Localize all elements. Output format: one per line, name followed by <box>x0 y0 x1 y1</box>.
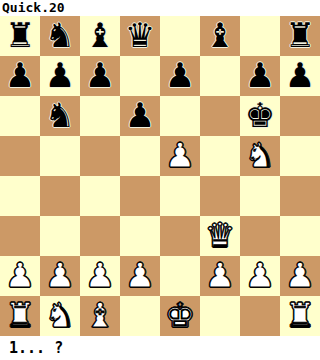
square-e4[interactable] <box>160 176 200 216</box>
black-pawn[interactable]: ♟ <box>165 56 195 95</box>
square-c5[interactable] <box>80 136 120 176</box>
square-a2[interactable]: ♟ <box>0 256 40 296</box>
black-bishop[interactable]: ♝ <box>205 16 235 55</box>
square-h8[interactable]: ♜ <box>280 16 320 56</box>
square-h3[interactable] <box>280 216 320 256</box>
square-e8[interactable] <box>160 16 200 56</box>
square-e7[interactable]: ♟ <box>160 56 200 96</box>
black-rook[interactable]: ♜ <box>285 16 315 55</box>
square-d2[interactable]: ♟ <box>120 256 160 296</box>
white-pawn[interactable]: ♟ <box>45 256 75 295</box>
white-bishop[interactable]: ♝ <box>85 296 115 335</box>
black-pawn[interactable]: ♟ <box>125 96 155 135</box>
black-pawn[interactable]: ♟ <box>45 56 75 95</box>
chess-board: ♜♞♝♛♝♜♟♟♟♟♟♟♞♟♚♟♞♛♟♟♟♟♟♟♟♜♞♝♚♜ <box>0 16 320 336</box>
square-f6[interactable] <box>200 96 240 136</box>
square-c8[interactable]: ♝ <box>80 16 120 56</box>
square-d7[interactable] <box>120 56 160 96</box>
square-b6[interactable]: ♞ <box>40 96 80 136</box>
square-h7[interactable]: ♟ <box>280 56 320 96</box>
square-g2[interactable]: ♟ <box>240 256 280 296</box>
black-bishop[interactable]: ♝ <box>85 16 115 55</box>
black-pawn[interactable]: ♟ <box>85 56 115 95</box>
square-c2[interactable]: ♟ <box>80 256 120 296</box>
square-h2[interactable]: ♟ <box>280 256 320 296</box>
puzzle-title: Quick.20 <box>0 0 320 16</box>
white-pawn[interactable]: ♟ <box>285 256 315 295</box>
square-g7[interactable]: ♟ <box>240 56 280 96</box>
square-h6[interactable] <box>280 96 320 136</box>
black-knight[interactable]: ♞ <box>45 96 75 135</box>
square-c7[interactable]: ♟ <box>80 56 120 96</box>
square-c3[interactable] <box>80 216 120 256</box>
white-pawn[interactable]: ♟ <box>205 256 235 295</box>
square-e1[interactable]: ♚ <box>160 296 200 336</box>
black-king[interactable]: ♚ <box>245 96 275 135</box>
square-h4[interactable] <box>280 176 320 216</box>
square-e3[interactable] <box>160 216 200 256</box>
white-pawn[interactable]: ♟ <box>85 256 115 295</box>
square-g1[interactable] <box>240 296 280 336</box>
square-d3[interactable] <box>120 216 160 256</box>
square-c6[interactable] <box>80 96 120 136</box>
square-a1[interactable]: ♜ <box>0 296 40 336</box>
square-b1[interactable]: ♞ <box>40 296 80 336</box>
square-e2[interactable] <box>160 256 200 296</box>
square-d4[interactable] <box>120 176 160 216</box>
square-f8[interactable]: ♝ <box>200 16 240 56</box>
black-knight[interactable]: ♞ <box>45 16 75 55</box>
white-pawn[interactable]: ♟ <box>5 256 35 295</box>
square-f2[interactable]: ♟ <box>200 256 240 296</box>
black-pawn[interactable]: ♟ <box>245 56 275 95</box>
white-pawn[interactable]: ♟ <box>245 256 275 295</box>
square-a6[interactable] <box>0 96 40 136</box>
square-f4[interactable] <box>200 176 240 216</box>
square-b8[interactable]: ♞ <box>40 16 80 56</box>
square-f7[interactable] <box>200 56 240 96</box>
square-g5[interactable]: ♞ <box>240 136 280 176</box>
black-pawn[interactable]: ♟ <box>285 56 315 95</box>
square-b3[interactable] <box>40 216 80 256</box>
square-b5[interactable] <box>40 136 80 176</box>
white-rook[interactable]: ♜ <box>5 296 35 335</box>
white-pawn[interactable]: ♟ <box>125 256 155 295</box>
chess-puzzle-window: Quick.20 ♜♞♝♛♝♜♟♟♟♟♟♟♞♟♚♟♞♛♟♟♟♟♟♟♟♜♞♝♚♜ … <box>0 0 320 360</box>
square-b7[interactable]: ♟ <box>40 56 80 96</box>
square-f5[interactable] <box>200 136 240 176</box>
black-rook[interactable]: ♜ <box>5 16 35 55</box>
square-a7[interactable]: ♟ <box>0 56 40 96</box>
white-rook[interactable]: ♜ <box>285 296 315 335</box>
square-c4[interactable] <box>80 176 120 216</box>
white-knight[interactable]: ♞ <box>45 296 75 335</box>
square-d5[interactable] <box>120 136 160 176</box>
square-a8[interactable]: ♜ <box>0 16 40 56</box>
square-h5[interactable] <box>280 136 320 176</box>
square-e6[interactable] <box>160 96 200 136</box>
square-c1[interactable]: ♝ <box>80 296 120 336</box>
square-b2[interactable]: ♟ <box>40 256 80 296</box>
square-h1[interactable]: ♜ <box>280 296 320 336</box>
black-queen[interactable]: ♛ <box>125 16 155 55</box>
square-f3[interactable]: ♛ <box>200 216 240 256</box>
white-knight[interactable]: ♞ <box>245 136 275 175</box>
square-a3[interactable] <box>0 216 40 256</box>
white-king[interactable]: ♚ <box>165 296 195 335</box>
square-g8[interactable] <box>240 16 280 56</box>
square-d8[interactable]: ♛ <box>120 16 160 56</box>
square-g3[interactable] <box>240 216 280 256</box>
square-b4[interactable] <box>40 176 80 216</box>
square-a5[interactable] <box>0 136 40 176</box>
square-d1[interactable] <box>120 296 160 336</box>
square-d6[interactable]: ♟ <box>120 96 160 136</box>
black-pawn[interactable]: ♟ <box>5 56 35 95</box>
square-f1[interactable] <box>200 296 240 336</box>
move-prompt: 1... ? <box>0 336 320 360</box>
square-g4[interactable] <box>240 176 280 216</box>
square-a4[interactable] <box>0 176 40 216</box>
square-g6[interactable]: ♚ <box>240 96 280 136</box>
square-e5[interactable]: ♟ <box>160 136 200 176</box>
white-pawn[interactable]: ♟ <box>165 136 195 175</box>
white-queen[interactable]: ♛ <box>205 216 235 255</box>
